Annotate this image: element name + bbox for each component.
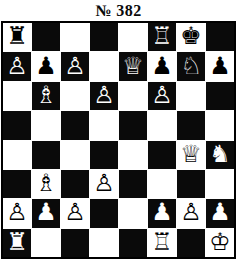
square-a8: ♜ [3,23,31,51]
square-g3 [177,170,205,198]
square-g2: ♙ [177,199,205,227]
piece-black-rook: ♖ [151,24,173,48]
piece-black-pawn: ♟ [209,54,231,78]
square-c3 [61,170,89,198]
piece-black-pawn: ♙ [93,83,115,107]
square-h5 [206,111,234,139]
square-e7: ♕ [119,52,147,80]
piece-white-pawn: ♙ [6,200,28,224]
square-a5 [3,111,31,139]
square-b1 [32,229,60,257]
piece-white-rook: ♜ [6,230,28,254]
square-g5 [177,111,205,139]
square-b8 [32,23,60,51]
square-d8 [90,23,118,51]
square-d6: ♙ [90,82,118,110]
square-h3 [206,170,234,198]
square-a2: ♙ [3,199,31,227]
square-f7: ♟ [148,52,176,80]
square-a6 [3,82,31,110]
square-e5 [119,111,147,139]
piece-white-pawn: ♟ [209,200,231,224]
piece-black-pawn: ♙ [64,54,86,78]
square-d3: ♙ [90,170,118,198]
square-h6 [206,82,234,110]
square-c5 [61,111,89,139]
piece-white-king: ♔ [209,230,231,254]
square-e2 [119,199,147,227]
square-c7: ♙ [61,52,89,80]
puzzle-page: № 382 ♜♖♚♙♟♙♕♟♘♟♗♙♙♕♞♗♙♙♟♙♟♙♟♜♖♔ [0,0,237,261]
square-b3: ♗ [32,170,60,198]
square-a3 [3,170,31,198]
square-a1: ♜ [3,229,31,257]
square-g7: ♘ [177,52,205,80]
piece-black-pawn: ♙ [151,83,173,107]
square-c2: ♙ [61,199,89,227]
square-f8: ♖ [148,23,176,51]
square-b2: ♟ [32,199,60,227]
square-d2 [90,199,118,227]
square-h1: ♔ [206,229,234,257]
piece-white-knight: ♞ [209,142,231,166]
piece-black-queen: ♕ [122,54,144,78]
piece-black-bishop: ♗ [35,83,57,107]
square-f4 [148,141,176,169]
square-h2: ♟ [206,199,234,227]
square-d5 [90,111,118,139]
piece-white-pawn: ♙ [64,200,86,224]
piece-black-king: ♚ [180,24,202,48]
square-e6 [119,82,147,110]
square-e4 [119,141,147,169]
square-c1 [61,229,89,257]
square-c6 [61,82,89,110]
square-f3 [148,170,176,198]
piece-white-pawn: ♙ [180,200,202,224]
square-g8: ♚ [177,23,205,51]
square-g1 [177,229,205,257]
square-d7 [90,52,118,80]
square-e1 [119,229,147,257]
square-a7: ♙ [3,52,31,80]
square-f1: ♖ [148,229,176,257]
piece-black-pawn: ♟ [151,54,173,78]
square-b4 [32,141,60,169]
square-d1 [90,229,118,257]
piece-white-bishop: ♗ [35,171,57,195]
puzzle-number: № 382 [0,0,237,21]
piece-black-pawn: ♙ [6,54,28,78]
piece-white-pawn: ♟ [151,200,173,224]
square-b7: ♟ [32,52,60,80]
square-h7: ♟ [206,52,234,80]
square-g4: ♕ [177,141,205,169]
square-c8 [61,23,89,51]
square-f5 [148,111,176,139]
piece-black-knight: ♘ [180,54,202,78]
square-b6: ♗ [32,82,60,110]
piece-white-queen: ♕ [180,142,202,166]
piece-black-pawn: ♟ [35,54,57,78]
square-e8 [119,23,147,51]
square-d4 [90,141,118,169]
square-c4 [61,141,89,169]
square-h4: ♞ [206,141,234,169]
square-e3 [119,170,147,198]
square-b5 [32,111,60,139]
square-g6 [177,82,205,110]
piece-white-rook: ♖ [151,230,173,254]
chess-board: ♜♖♚♙♟♙♕♟♘♟♗♙♙♕♞♗♙♙♟♙♟♙♟♜♖♔ [1,21,236,259]
square-h8 [206,23,234,51]
piece-white-pawn: ♟ [35,200,57,224]
square-f6: ♙ [148,82,176,110]
square-f2: ♟ [148,199,176,227]
piece-black-rook: ♜ [6,24,28,48]
piece-white-pawn: ♙ [93,171,115,195]
square-a4 [3,141,31,169]
